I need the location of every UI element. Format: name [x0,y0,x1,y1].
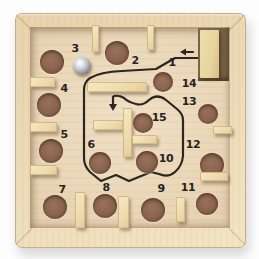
maze-wall [92,25,99,52]
hole-number-label: 5 [60,129,67,140]
chute-wall [200,30,219,78]
hole-near-13 [198,104,218,124]
hole-near-10 [136,151,158,173]
hole-near-8 [93,194,117,218]
hole-number-label: 15 [152,112,166,123]
entry-chute [198,28,229,81]
maze-wall [93,120,123,130]
maze-wall [132,135,157,144]
maze-wall [30,122,57,132]
maze-wall [147,25,154,50]
maze-wall [87,82,147,92]
entry-arrow-icon [180,49,186,56]
hole-number-label: 7 [58,184,65,195]
maze-wall [30,165,57,175]
maze-wall [200,172,228,181]
hole-near-5 [39,139,63,163]
steel-ball [73,57,91,75]
product-photo: 123456789101112131415 [0,0,259,259]
hole-near-1 [153,72,173,92]
hole-number-label: 12 [186,139,200,150]
hole-number-label: 10 [159,153,173,164]
hole-near-4 [37,93,61,117]
hole-number-label: 2 [131,55,138,66]
hole-number-label: 14 [182,78,196,89]
hole-number-label: 9 [157,183,164,194]
hole-near-6 [89,152,111,174]
hole-number-label: 6 [87,139,94,150]
hole-number-label: 11 [181,182,195,193]
hole-near-7 [43,195,67,219]
maze-wall [118,196,129,228]
hole-number-label: 13 [182,96,196,107]
hole-near-15 [133,113,153,133]
maze-wall [30,77,55,87]
maze-wall [123,108,132,157]
maze-wall [213,126,232,134]
hole-near-2 [105,41,129,65]
hole-near-3 [40,50,64,74]
hole-number-label: 1 [168,57,175,68]
goal-arrow-icon [109,104,117,111]
maze-layer: 123456789101112131415 [0,0,259,259]
hole-near-9 [141,198,165,222]
hole-near-11 [196,193,218,215]
maze-wall [176,197,185,222]
hole-number-label: 3 [71,43,78,54]
maze-wall [75,192,85,228]
hole-number-label: 8 [102,182,109,193]
hole-number-label: 4 [60,83,67,94]
